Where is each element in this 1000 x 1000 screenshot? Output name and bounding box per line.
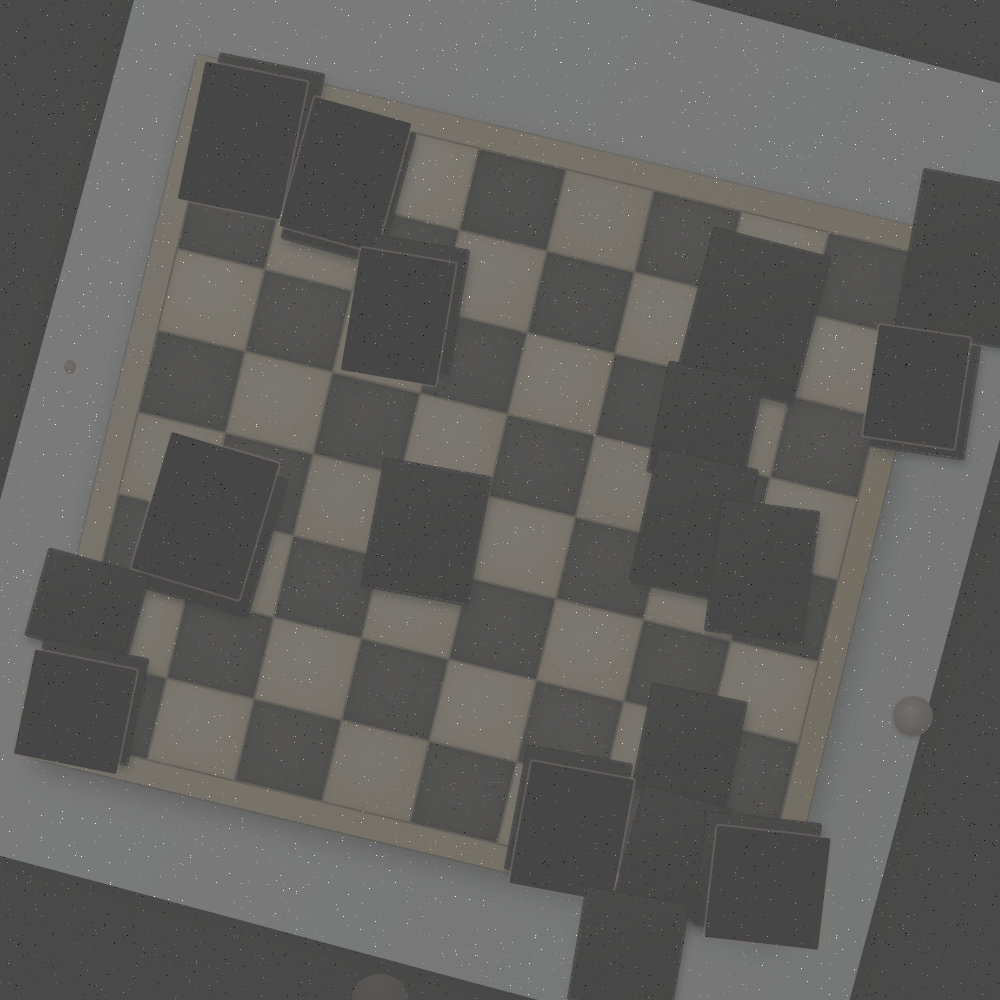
- board-clasp-knob-bottom: [352, 974, 408, 1000]
- piece-c2[interactable]: [352, 234, 469, 374]
- piece-h8[interactable]: [693, 811, 821, 937]
- square-d8[interactable]: [323, 721, 428, 821]
- piece-off-board-right-mid-stacked-under: [863, 325, 971, 449]
- square-b8[interactable]: [148, 679, 253, 779]
- piece-h5[interactable]: [705, 499, 819, 643]
- piece-f8[interactable]: [505, 745, 632, 888]
- square-c8[interactable]: [236, 700, 341, 800]
- piece-c2-stacked-under: [341, 248, 456, 386]
- piece-off-board-bottom[interactable]: [568, 887, 689, 1000]
- piece-a7[interactable]: [23, 638, 148, 765]
- piece-a7-stacked-under: [14, 650, 137, 775]
- piece-off-board-right-mid[interactable]: [870, 333, 980, 460]
- photo-stage: [0, 0, 1000, 1000]
- piece-h8-stacked-under: [705, 825, 831, 949]
- piece-f8-stacked-under: [509, 761, 634, 902]
- mat-screw-left: [64, 360, 76, 374]
- square-e8[interactable]: [411, 742, 516, 842]
- board-clasp-knob-right: [893, 696, 933, 736]
